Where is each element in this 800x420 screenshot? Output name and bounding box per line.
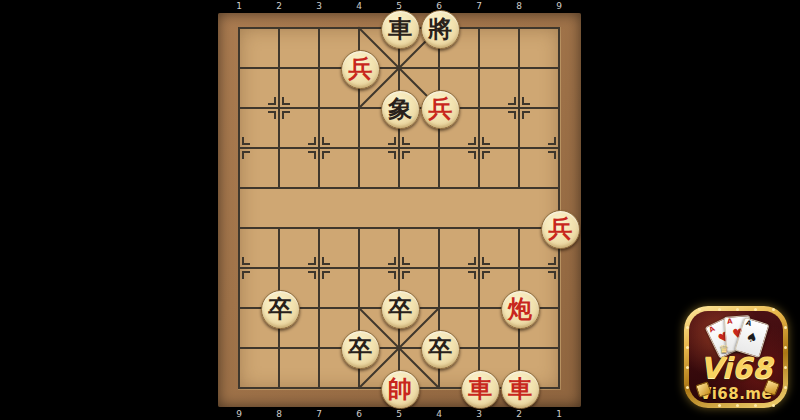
black-soldier[interactable]: 卒 — [421, 330, 460, 369]
vi68-logo-watermark[interactable]: A♥A♥A♠ Vi68 ♛ Vi68.me — [684, 306, 788, 408]
file-label: 8 — [271, 408, 287, 420]
board-grid-lines — [218, 13, 581, 407]
red-soldier[interactable]: 兵 — [541, 210, 580, 249]
black-general[interactable]: 將 — [421, 10, 460, 49]
file-label: 5 — [391, 408, 407, 420]
file-label: 9 — [551, 0, 567, 12]
file-label: 9 — [231, 408, 247, 420]
file-label: 1 — [231, 0, 247, 12]
black-soldier[interactable]: 卒 — [261, 290, 300, 329]
red-soldier[interactable]: 兵 — [421, 90, 460, 129]
file-label: 4 — [431, 408, 447, 420]
red-soldier[interactable]: 兵 — [341, 50, 380, 89]
file-label: 8 — [511, 0, 527, 12]
file-label: 6 — [431, 0, 447, 12]
marquee-bulbs — [698, 308, 701, 311]
red-chariot[interactable]: 車 — [461, 370, 500, 409]
game-screen: 車將兵象兵兵卒卒炮卒卒帥車車 123456789 987654321 A♥A♥A… — [0, 0, 800, 420]
file-label: 2 — [511, 408, 527, 420]
file-label: 6 — [351, 408, 367, 420]
file-label: 3 — [471, 408, 487, 420]
black-chariot[interactable]: 車 — [381, 10, 420, 49]
file-label: 4 — [351, 0, 367, 12]
file-label: 5 — [391, 0, 407, 12]
black-elephant[interactable]: 象 — [381, 90, 420, 129]
red-cannon[interactable]: 炮 — [501, 290, 540, 329]
file-label: 3 — [311, 0, 327, 12]
vi68-logo-background: A♥A♥A♠ Vi68 ♛ Vi68.me — [689, 311, 783, 403]
file-label: 7 — [471, 0, 487, 12]
file-label: 7 — [311, 408, 327, 420]
red-general[interactable]: 帥 — [381, 370, 420, 409]
black-soldier[interactable]: 卒 — [381, 290, 420, 329]
file-label: 2 — [271, 0, 287, 12]
file-label: 1 — [551, 408, 567, 420]
xiangqi-board[interactable]: 車將兵象兵兵卒卒炮卒卒帥車車 — [218, 13, 581, 407]
red-chariot[interactable]: 車 — [501, 370, 540, 409]
crown-icon: ♛ — [719, 343, 729, 356]
black-soldier[interactable]: 卒 — [341, 330, 380, 369]
